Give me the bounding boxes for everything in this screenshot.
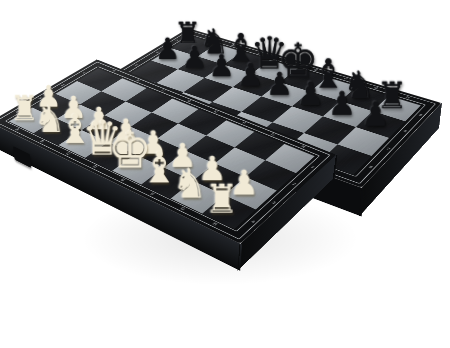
coordinate-label: B (133, 78, 142, 82)
coordinate-label: E (211, 109, 221, 114)
coordinate-label: C (255, 51, 265, 55)
coordinate-label: E (311, 68, 321, 72)
coordinate-label: H (298, 144, 309, 149)
coordinate-label: B (228, 44, 237, 48)
coordinate-label: G (268, 132, 278, 137)
coordinate-label: 2 (288, 181, 299, 187)
coordinate-label: 3 (268, 200, 280, 206)
coordinate-label: 1 (307, 164, 318, 170)
coordinate-label: 5 (415, 113, 426, 118)
coordinate-label: H (402, 95, 413, 100)
product-photo-chess-set: AABBCCDDEEFFGGHH55667788♜♞♝♛♚♝♞♜♟♟♟♟♟♟♟♟… (0, 0, 450, 348)
coordinate-label: D (184, 99, 194, 104)
coordinate-label: D (282, 60, 292, 64)
coordinate-label: C (158, 88, 167, 92)
coordinate-label: 8 (365, 165, 377, 171)
coordinate-label: 6 (399, 129, 410, 134)
coordinate-label: B (37, 139, 47, 144)
coordinate-label: 4 (247, 219, 259, 226)
coordinate-label: A (109, 69, 118, 73)
coordinate-label: A (12, 127, 22, 132)
coordinate-label: F (239, 121, 249, 126)
coordinate-label: F (340, 77, 350, 81)
coordinate-label: A (203, 36, 212, 40)
coordinate-label: 7 (383, 146, 395, 152)
coordinate-label: G (371, 86, 381, 90)
